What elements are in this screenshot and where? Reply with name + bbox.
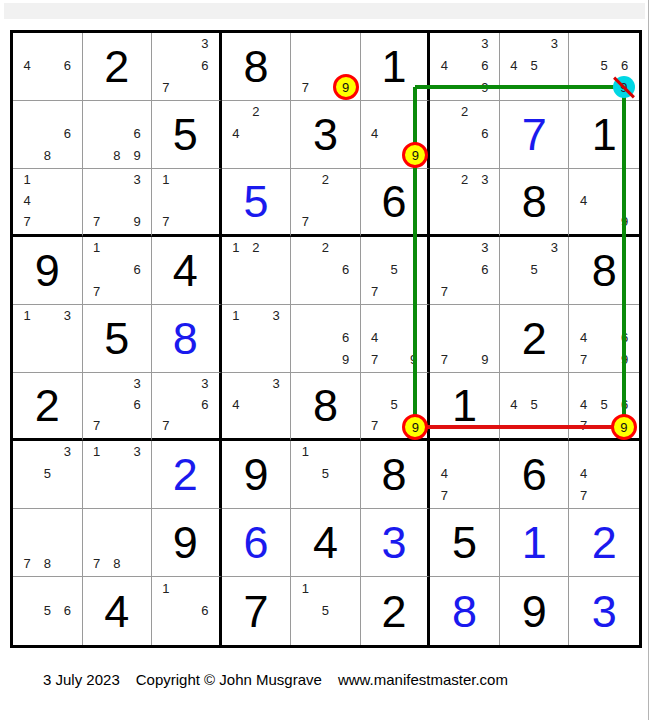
candidates: 78 <box>13 509 82 576</box>
candidate-7: 7 <box>156 211 176 232</box>
candidate-6: 6 <box>195 55 215 77</box>
cell-r8c8[interactable]: 1 <box>500 509 570 577</box>
candidate-4: 4 <box>17 190 37 211</box>
given-digit: 8 <box>291 373 360 438</box>
candidate-8: 8 <box>37 144 57 166</box>
footer-url: www.manifestmaster.com <box>338 671 508 688</box>
candidates: 27 <box>291 169 360 234</box>
cell-r4c7[interactable]: 367 <box>430 237 500 305</box>
candidate-2: 2 <box>246 101 266 123</box>
candidates: 689 <box>83 101 152 168</box>
candidate-4: 4 <box>434 463 454 485</box>
solved-digit: 2 <box>152 441 219 508</box>
cell-r2c7[interactable]: 26 <box>430 101 500 169</box>
candidate-6: 6 <box>614 327 635 349</box>
given-digit: 8 <box>222 33 291 100</box>
candidates: 26 <box>291 237 360 304</box>
given-digit: 1 <box>361 33 428 100</box>
candidates: 45 <box>500 373 569 438</box>
candidate-6: 6 <box>614 55 635 77</box>
cell-r4c3[interactable]: 4 <box>152 237 222 305</box>
cell-r7c5[interactable]: 15 <box>291 441 361 509</box>
cell-r7c6[interactable]: 8 <box>361 441 431 509</box>
candidates: 16 <box>152 577 219 645</box>
cell-r7c4[interactable]: 9 <box>222 441 292 509</box>
cell-r8c5[interactable]: 4 <box>291 509 361 577</box>
given-digit: 8 <box>569 237 639 304</box>
candidate-9: 9 <box>475 348 495 370</box>
candidates: 35 <box>13 441 82 508</box>
candidate-7: 7 <box>87 552 107 574</box>
candidates: 57 <box>361 237 428 304</box>
candidate-3: 3 <box>57 305 77 327</box>
candidate-5: 5 <box>315 599 335 621</box>
candidate-7: 7 <box>365 415 385 436</box>
candidate-4: 4 <box>365 123 385 145</box>
candidate-3: 3 <box>475 169 495 190</box>
candidate-7: 7 <box>295 211 315 232</box>
cell-r1c5[interactable]: 79 <box>291 33 361 101</box>
candidate-7: 7 <box>156 76 176 98</box>
cell-r9c9[interactable]: 3 <box>569 577 639 645</box>
cell-r9c4[interactable]: 7 <box>222 577 292 645</box>
cell-r3c7[interactable]: 23 <box>430 169 500 237</box>
candidate-3: 3 <box>195 373 215 394</box>
candidate-1: 1 <box>87 237 107 259</box>
cell-r4c8[interactable]: 35 <box>500 237 570 305</box>
candidates: 379 <box>83 169 152 234</box>
candidates: 46 <box>13 33 82 100</box>
candidate-5: 5 <box>524 55 544 77</box>
cell-r2c4[interactable]: 24 <box>222 101 292 169</box>
candidate-4: 4 <box>573 394 594 415</box>
cell-r8c2[interactable]: 78 <box>83 509 153 577</box>
solved-digit: 3 <box>569 577 639 645</box>
cell-r5c8[interactable]: 2 <box>500 305 570 373</box>
given-digit: 2 <box>83 33 152 100</box>
footer-copyright: Copyright © John Musgrave <box>136 671 322 688</box>
candidate-6: 6 <box>57 55 77 77</box>
given-digit: 5 <box>83 305 152 372</box>
cell-r1c9[interactable]: 569 <box>569 33 639 101</box>
cell-r5c3[interactable]: 8 <box>152 305 222 373</box>
cell-r2c8[interactable]: 7 <box>500 101 570 169</box>
candidate-3: 3 <box>544 33 564 55</box>
candidate-9: 9 <box>404 415 424 436</box>
candidate-6: 6 <box>336 327 356 349</box>
candidate-9: 9 <box>127 211 147 232</box>
candidate-5: 5 <box>315 463 335 485</box>
cell-r2c2[interactable]: 689 <box>83 101 153 169</box>
solved-digit: 2 <box>569 509 639 576</box>
cell-r8c3[interactable]: 9 <box>152 509 222 577</box>
cell-r3c1[interactable]: 147 <box>13 169 83 237</box>
cell-r9c6[interactable]: 2 <box>361 577 431 645</box>
cell-r1c3[interactable]: 367 <box>152 33 222 101</box>
cell-r7c8[interactable]: 6 <box>500 441 570 509</box>
candidate-7: 7 <box>87 415 107 436</box>
footer: 3 July 2023Copyright © John Musgravewww.… <box>43 671 508 688</box>
given-digit: 2 <box>13 373 82 438</box>
candidate-6: 6 <box>195 599 215 621</box>
solved-digit: 5 <box>222 169 291 234</box>
cell-r4c6[interactable]: 57 <box>361 237 431 305</box>
candidates: 23 <box>430 169 499 234</box>
candidate-4: 4 <box>365 327 385 349</box>
candidates: 69 <box>291 305 360 372</box>
given-digit: 4 <box>291 509 360 576</box>
cell-r4c1[interactable]: 9 <box>13 237 83 305</box>
candidate-3: 3 <box>266 305 286 327</box>
candidate-7: 7 <box>573 484 594 506</box>
cell-r8c7[interactable]: 5 <box>430 509 500 577</box>
candidates: 579 <box>361 373 428 438</box>
cell-r3c9[interactable]: 49 <box>569 169 639 237</box>
candidates: 15 <box>291 441 360 508</box>
given-digit: 9 <box>500 577 569 645</box>
candidates: 367 <box>83 373 152 438</box>
candidates: 47 <box>430 441 499 508</box>
candidate-5: 5 <box>384 394 404 415</box>
candidate-5: 5 <box>524 259 544 281</box>
candidate-8: 8 <box>107 552 127 574</box>
cell-r7c7[interactable]: 47 <box>430 441 500 509</box>
cell-r8c9[interactable]: 2 <box>569 509 639 577</box>
cell-r6c3[interactable]: 367 <box>152 373 222 441</box>
candidates: 49 <box>361 101 428 168</box>
cell-r9c7[interactable]: 8 <box>430 577 500 645</box>
candidate-7: 7 <box>87 280 107 302</box>
given-digit: 8 <box>500 169 569 234</box>
given-digit: 1 <box>569 101 639 168</box>
candidate-7: 7 <box>573 415 594 436</box>
solved-digit: 7 <box>500 101 569 168</box>
candidates: 4679 <box>569 305 639 372</box>
cell-r5c1[interactable]: 13 <box>13 305 83 373</box>
title-bar <box>4 3 645 19</box>
candidate-6: 6 <box>475 55 495 77</box>
cell-r3c2[interactable]: 379 <box>83 169 153 237</box>
candidate-3: 3 <box>195 33 215 55</box>
candidates: 17 <box>152 169 219 234</box>
cell-r6c2[interactable]: 367 <box>83 373 153 441</box>
solved-digit: 3 <box>361 509 428 576</box>
candidate-8: 8 <box>37 552 57 574</box>
cell-r9c8[interactable]: 9 <box>500 577 570 645</box>
cell-r4c5[interactable]: 26 <box>291 237 361 305</box>
sudoku-grid: 4623678791346934556968689524349267114737… <box>13 33 639 645</box>
cell-r1c6[interactable]: 1 <box>361 33 431 101</box>
candidates: 12 <box>222 237 291 304</box>
candidates: 367 <box>152 373 219 438</box>
given-digit: 6 <box>500 441 569 508</box>
candidate-3: 3 <box>475 237 495 259</box>
cell-r2c5[interactable]: 3 <box>291 101 361 169</box>
candidate-9: 9 <box>336 76 356 98</box>
candidate-1: 1 <box>295 441 315 463</box>
cell-r6c9[interactable]: 45679 <box>569 373 639 441</box>
cell-r4c4[interactable]: 12 <box>222 237 292 305</box>
candidate-1: 1 <box>156 577 176 599</box>
cell-r8c4[interactable]: 6 <box>222 509 292 577</box>
cell-r9c5[interactable]: 15 <box>291 577 361 645</box>
candidate-9: 9 <box>475 76 495 98</box>
candidate-5: 5 <box>37 599 57 621</box>
candidates: 26 <box>430 101 499 168</box>
candidates: 68 <box>13 101 82 168</box>
candidates: 45679 <box>569 373 639 438</box>
candidate-1: 1 <box>17 169 37 190</box>
candidate-9: 9 <box>336 348 356 370</box>
candidate-7: 7 <box>434 348 454 370</box>
cell-r5c9[interactable]: 4679 <box>569 305 639 373</box>
candidates: 367 <box>152 33 219 100</box>
cell-r1c7[interactable]: 3469 <box>430 33 500 101</box>
candidate-4: 4 <box>226 123 246 145</box>
cell-r6c1[interactable]: 2 <box>13 373 83 441</box>
candidate-4: 4 <box>573 463 594 485</box>
cell-r2c9[interactable]: 1 <box>569 101 639 169</box>
sudoku-board: 4623678791346934556968689524349267114737… <box>10 30 642 648</box>
candidates: 13 <box>222 305 291 372</box>
candidate-3: 3 <box>475 33 495 55</box>
cell-r6c5[interactable]: 8 <box>291 373 361 441</box>
candidate-5: 5 <box>594 394 615 415</box>
candidate-1: 1 <box>87 441 107 463</box>
cell-r1c2[interactable]: 2 <box>83 33 153 101</box>
candidates: 79 <box>291 33 360 100</box>
candidate-6: 6 <box>127 123 147 145</box>
cell-r9c2[interactable]: 4 <box>83 577 153 645</box>
cell-r9c3[interactable]: 16 <box>152 577 222 645</box>
candidates: 35 <box>500 237 569 304</box>
candidate-2: 2 <box>315 237 335 259</box>
cell-r3c8[interactable]: 8 <box>500 169 570 237</box>
candidate-3: 3 <box>544 237 564 259</box>
candidate-7: 7 <box>156 415 176 436</box>
candidate-6: 6 <box>57 599 77 621</box>
candidates: 24 <box>222 101 291 168</box>
cell-r1c8[interactable]: 345 <box>500 33 570 101</box>
candidates: 79 <box>430 305 499 372</box>
candidates: 569 <box>569 33 639 100</box>
candidate-9: 9 <box>614 211 635 232</box>
given-digit: 9 <box>13 237 82 304</box>
candidate-7: 7 <box>17 552 37 574</box>
cell-r3c6[interactable]: 6 <box>361 169 431 237</box>
candidates: 15 <box>291 577 360 645</box>
candidate-4: 4 <box>573 190 594 211</box>
footer-date: 3 July 2023 <box>43 671 120 688</box>
candidate-4: 4 <box>434 55 454 77</box>
candidate-7: 7 <box>434 280 454 302</box>
cell-r5c4[interactable]: 13 <box>222 305 292 373</box>
candidate-6: 6 <box>127 394 147 415</box>
cell-r6c4[interactable]: 34 <box>222 373 292 441</box>
cell-r7c9[interactable]: 47 <box>569 441 639 509</box>
candidate-6: 6 <box>475 123 495 145</box>
solved-digit: 6 <box>222 509 291 576</box>
given-digit: 7 <box>222 577 291 645</box>
candidates: 13 <box>13 305 82 372</box>
candidate-7: 7 <box>365 280 385 302</box>
given-digit: 5 <box>152 101 219 168</box>
given-digit: 9 <box>152 509 219 576</box>
given-digit: 8 <box>361 441 428 508</box>
candidate-6: 6 <box>336 259 356 281</box>
candidate-6: 6 <box>195 394 215 415</box>
candidate-9: 9 <box>404 348 424 370</box>
candidate-7: 7 <box>295 76 315 98</box>
cell-r3c5[interactable]: 27 <box>291 169 361 237</box>
candidate-9: 9 <box>127 144 147 166</box>
candidate-1: 1 <box>295 577 315 599</box>
candidate-1: 1 <box>226 237 246 259</box>
cell-r5c2[interactable]: 5 <box>83 305 153 373</box>
candidate-6: 6 <box>475 259 495 281</box>
cell-r6c8[interactable]: 45 <box>500 373 570 441</box>
candidate-3: 3 <box>127 169 147 190</box>
cell-r7c3[interactable]: 2 <box>152 441 222 509</box>
cell-r6c6[interactable]: 579 <box>361 373 431 441</box>
cell-r8c6[interactable]: 3 <box>361 509 431 577</box>
candidate-7: 7 <box>434 484 454 506</box>
cell-r8c1[interactable]: 78 <box>13 509 83 577</box>
candidate-3: 3 <box>127 441 147 463</box>
candidates: 167 <box>83 237 152 304</box>
candidate-9: 9 <box>614 415 635 436</box>
candidate-2: 2 <box>246 237 266 259</box>
candidates: 3469 <box>430 33 499 100</box>
cell-r7c2[interactable]: 13 <box>83 441 153 509</box>
candidate-3: 3 <box>266 373 286 394</box>
candidate-5: 5 <box>37 463 57 485</box>
candidate-1: 1 <box>156 169 176 190</box>
candidate-5: 5 <box>594 55 615 77</box>
candidate-3: 3 <box>127 373 147 394</box>
candidate-6: 6 <box>614 394 635 415</box>
solved-digit: 8 <box>152 305 219 372</box>
candidate-9: 9 <box>614 76 635 98</box>
given-digit: 2 <box>500 305 569 372</box>
given-digit: 4 <box>83 577 152 645</box>
candidate-2: 2 <box>455 169 475 190</box>
candidate-9: 9 <box>404 144 424 166</box>
candidates: 147 <box>13 169 82 234</box>
candidates: 56 <box>13 577 82 645</box>
candidate-3: 3 <box>57 441 77 463</box>
cell-r5c7[interactable]: 79 <box>430 305 500 373</box>
candidate-7: 7 <box>17 211 37 232</box>
cell-r5c5[interactable]: 69 <box>291 305 361 373</box>
cell-r4c9[interactable]: 8 <box>569 237 639 305</box>
candidates: 47 <box>569 441 639 508</box>
candidate-1: 1 <box>17 305 37 327</box>
candidate-8: 8 <box>107 144 127 166</box>
given-digit: 5 <box>430 509 499 576</box>
cell-r9c1[interactable]: 56 <box>13 577 83 645</box>
cell-r4c2[interactable]: 167 <box>83 237 153 305</box>
candidates: 479 <box>361 305 428 372</box>
solved-digit: 8 <box>430 577 499 645</box>
page-edge-divider <box>648 0 649 720</box>
cell-r2c1[interactable]: 68 <box>13 101 83 169</box>
cell-r2c3[interactable]: 5 <box>152 101 222 169</box>
candidate-4: 4 <box>504 55 524 77</box>
cell-r1c4[interactable]: 8 <box>222 33 292 101</box>
given-digit: 3 <box>291 101 360 168</box>
given-digit: 6 <box>361 169 428 234</box>
given-digit: 2 <box>361 577 428 645</box>
candidate-7: 7 <box>87 211 107 232</box>
candidate-4: 4 <box>226 394 246 415</box>
solved-digit: 1 <box>500 509 569 576</box>
candidate-9: 9 <box>614 348 635 370</box>
cell-r7c1[interactable]: 35 <box>13 441 83 509</box>
cell-r1c1[interactable]: 46 <box>13 33 83 101</box>
candidate-4: 4 <box>573 327 594 349</box>
cell-r5c6[interactable]: 479 <box>361 305 431 373</box>
candidates: 367 <box>430 237 499 304</box>
candidate-4: 4 <box>17 55 37 77</box>
candidate-1: 1 <box>226 305 246 327</box>
candidates: 34 <box>222 373 291 438</box>
given-digit: 9 <box>222 441 291 508</box>
candidate-2: 2 <box>315 169 335 190</box>
candidate-4: 4 <box>504 394 524 415</box>
candidates: 13 <box>83 441 152 508</box>
candidate-7: 7 <box>573 348 594 370</box>
cell-r3c3[interactable]: 17 <box>152 169 222 237</box>
candidates: 78 <box>83 509 152 576</box>
candidate-5: 5 <box>524 394 544 415</box>
candidates: 49 <box>569 169 639 234</box>
given-digit: 1 <box>430 373 499 438</box>
cell-r2c6[interactable]: 49 <box>361 101 431 169</box>
candidates: 345 <box>500 33 569 100</box>
cell-r6c7[interactable]: 1 <box>430 373 500 441</box>
candidate-6: 6 <box>57 123 77 145</box>
candidate-6: 6 <box>127 259 147 281</box>
cell-r3c4[interactable]: 5 <box>222 169 292 237</box>
candidate-5: 5 <box>384 259 404 281</box>
candidate-2: 2 <box>455 101 475 123</box>
candidate-7: 7 <box>365 348 385 370</box>
given-digit: 4 <box>152 237 219 304</box>
